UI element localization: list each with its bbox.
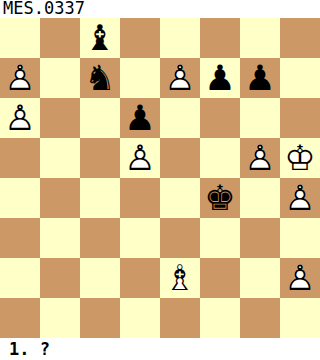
square-b5[interactable]: [40, 138, 80, 178]
square-b2[interactable]: [40, 258, 80, 298]
white-pawn: ♟♙: [0, 98, 40, 138]
square-f2[interactable]: [200, 258, 240, 298]
square-c1[interactable]: [80, 298, 120, 338]
square-e2[interactable]: ♝♗: [160, 258, 200, 298]
square-b6[interactable]: [40, 98, 80, 138]
black-knight: ♞: [80, 58, 120, 98]
square-b7[interactable]: [40, 58, 80, 98]
white-king: ♚♔: [280, 138, 320, 178]
square-g5[interactable]: ♟♙: [240, 138, 280, 178]
square-a2[interactable]: [0, 258, 40, 298]
square-h3[interactable]: [280, 218, 320, 258]
white-pawn: ♟♙: [160, 58, 200, 98]
square-b4[interactable]: [40, 178, 80, 218]
square-e8[interactable]: [160, 18, 200, 58]
square-d5[interactable]: ♟♙: [120, 138, 160, 178]
diagram-title: MES.0337: [3, 0, 85, 17]
square-a1[interactable]: [0, 298, 40, 338]
square-f5[interactable]: [200, 138, 240, 178]
square-d7[interactable]: [120, 58, 160, 98]
square-a7[interactable]: ♟♙: [0, 58, 40, 98]
square-a4[interactable]: [0, 178, 40, 218]
square-f8[interactable]: [200, 18, 240, 58]
move-prompt: 1. ?: [9, 339, 50, 359]
white-pawn: ♟♙: [0, 58, 40, 98]
white-pawn: ♟♙: [240, 138, 280, 178]
square-h2[interactable]: ♟♙: [280, 258, 320, 298]
square-g3[interactable]: [240, 218, 280, 258]
square-f6[interactable]: [200, 98, 240, 138]
white-bishop: ♝♗: [160, 258, 200, 298]
square-e1[interactable]: [160, 298, 200, 338]
square-c8[interactable]: ♝: [80, 18, 120, 58]
chess-board: ♝♟♙♞♟♙♟♟♟♙♟♟♙♟♙♚♔♚♟♙♝♗♟♙: [0, 18, 320, 338]
square-h7[interactable]: [280, 58, 320, 98]
square-a6[interactable]: ♟♙: [0, 98, 40, 138]
square-g8[interactable]: [240, 18, 280, 58]
white-pawn: ♟♙: [280, 178, 320, 218]
square-a5[interactable]: [0, 138, 40, 178]
black-pawn: ♟: [240, 58, 280, 98]
white-pawn: ♟♙: [280, 258, 320, 298]
square-d8[interactable]: [120, 18, 160, 58]
chess-diagram: MES.0337 ♝♟♙♞♟♙♟♟♟♙♟♟♙♟♙♚♔♚♟♙♝♗♟♙ 1. ?: [0, 0, 320, 360]
white-pawn: ♟♙: [120, 138, 160, 178]
square-d4[interactable]: [120, 178, 160, 218]
square-b8[interactable]: [40, 18, 80, 58]
square-e6[interactable]: [160, 98, 200, 138]
square-c7[interactable]: ♞: [80, 58, 120, 98]
square-d1[interactable]: [120, 298, 160, 338]
square-a8[interactable]: [0, 18, 40, 58]
square-d3[interactable]: [120, 218, 160, 258]
square-b1[interactable]: [40, 298, 80, 338]
black-pawn: ♟: [120, 98, 160, 138]
square-f4[interactable]: ♚: [200, 178, 240, 218]
square-c4[interactable]: [80, 178, 120, 218]
square-a3[interactable]: [0, 218, 40, 258]
square-b3[interactable]: [40, 218, 80, 258]
square-h4[interactable]: ♟♙: [280, 178, 320, 218]
square-g4[interactable]: [240, 178, 280, 218]
square-e4[interactable]: [160, 178, 200, 218]
square-c5[interactable]: [80, 138, 120, 178]
black-king: ♚: [200, 178, 240, 218]
square-f1[interactable]: [200, 298, 240, 338]
square-e7[interactable]: ♟♙: [160, 58, 200, 98]
square-c3[interactable]: [80, 218, 120, 258]
square-g1[interactable]: [240, 298, 280, 338]
square-g7[interactable]: ♟: [240, 58, 280, 98]
square-g2[interactable]: [240, 258, 280, 298]
square-h5[interactable]: ♚♔: [280, 138, 320, 178]
square-h6[interactable]: [280, 98, 320, 138]
square-c2[interactable]: [80, 258, 120, 298]
square-g6[interactable]: [240, 98, 280, 138]
square-e3[interactable]: [160, 218, 200, 258]
square-e5[interactable]: [160, 138, 200, 178]
square-d6[interactable]: ♟: [120, 98, 160, 138]
black-pawn: ♟: [200, 58, 240, 98]
square-d2[interactable]: [120, 258, 160, 298]
square-h8[interactable]: [280, 18, 320, 58]
square-f3[interactable]: [200, 218, 240, 258]
square-c6[interactable]: [80, 98, 120, 138]
square-h1[interactable]: [280, 298, 320, 338]
black-bishop: ♝: [80, 18, 120, 58]
square-f7[interactable]: ♟: [200, 58, 240, 98]
